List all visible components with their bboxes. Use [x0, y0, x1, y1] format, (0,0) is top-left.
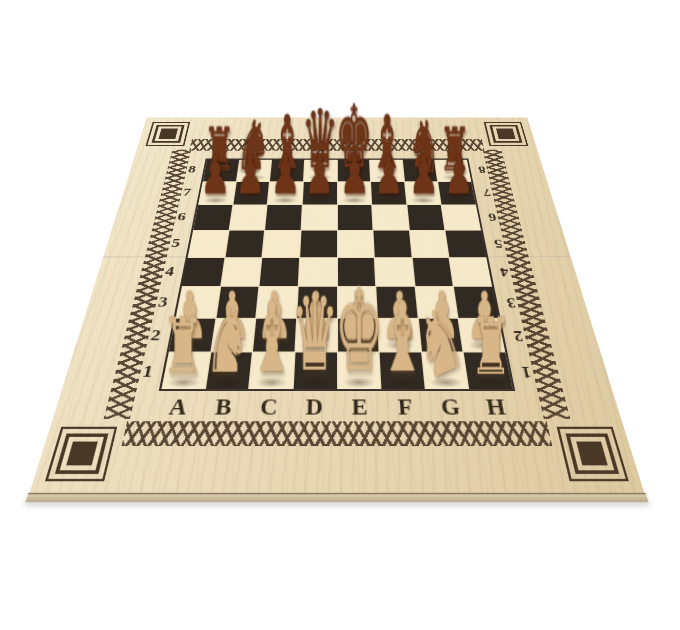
chess-board-panel: ABCDEFGH ABCDEFGH 87654321 87654321 ♜♞♝♛…: [30, 117, 645, 493]
square-h7: ♟: [438, 182, 475, 205]
board-edge: [25, 493, 648, 502]
piece-white-bishop: ♝: [248, 290, 294, 386]
rank-label-3: 6: [168, 204, 194, 229]
piece-white-rook: ♜: [163, 308, 205, 386]
corner-ornament-bottom-right: [557, 427, 630, 482]
square-g5: [410, 230, 449, 256]
file-label-b: B: [199, 395, 248, 421]
file-label-h: H: [434, 147, 468, 157]
square-g7: ♟: [405, 182, 441, 205]
file-labels-bottom: ABCDEFGH: [153, 395, 522, 421]
file-label-g: G: [402, 147, 436, 157]
square-a5: [188, 230, 228, 256]
piece-white-king: ♚: [334, 274, 383, 386]
file-label-c: C: [271, 147, 304, 157]
board-grid: ♜♞♝♛♚♝♞♜♟♟♟♟♟♟♟♟♟♟♟♟♟♟♟♟♜♞♝♛♚♝♞♜: [159, 159, 515, 391]
piece-white-knight: ♞: [204, 297, 250, 386]
square-c7: ♟: [268, 182, 303, 205]
square-h1: ♜: [464, 353, 512, 389]
file-label-e: E: [337, 395, 383, 421]
square-d7: ♟: [303, 182, 337, 205]
square-f5: [374, 230, 412, 256]
file-label-a: A: [153, 395, 203, 421]
square-b7: ♟: [233, 182, 269, 205]
piece-black-pawn: ♟: [270, 149, 300, 203]
file-label-f: F: [382, 395, 429, 421]
piece-black-pawn: ♟: [305, 149, 335, 203]
square-c5: [263, 230, 301, 256]
corner-ornament-top-right: [484, 122, 529, 146]
square-a6: [193, 205, 232, 230]
square-b6: [229, 205, 267, 230]
square-b1: ♞: [206, 353, 252, 389]
border-braid-bottom: [121, 421, 552, 446]
square-d6: [301, 205, 336, 230]
piece-black-pawn: ♟: [201, 149, 231, 203]
piece-black-pawn: ♟: [339, 149, 369, 203]
piece-black-pawn: ♟: [235, 149, 265, 203]
square-e6: [337, 205, 372, 230]
square-d5: [300, 230, 336, 256]
file-label-h: H: [471, 395, 521, 421]
square-f7: ♟: [371, 182, 406, 205]
board-scene: ABCDEFGH ABCDEFGH 87654321 87654321 ♜♞♝♛…: [102, 26, 572, 496]
square-c6: [265, 205, 301, 230]
square-e1: ♚: [338, 353, 381, 389]
piece-white-queen: ♛: [291, 280, 339, 386]
rank-label-2: 7: [174, 181, 199, 205]
square-g6: [407, 205, 445, 230]
file-label-c: C: [245, 395, 292, 421]
file-label-e: E: [337, 147, 370, 157]
file-label-b: B: [239, 147, 273, 157]
rank-label-1: 8: [470, 159, 494, 181]
piece-black-pawn: ♟: [409, 149, 439, 203]
square-f6: [372, 205, 408, 230]
piece-white-rook: ♜: [470, 308, 512, 386]
square-d1: ♛: [294, 353, 337, 389]
square-c1: ♝: [250, 353, 295, 389]
corner-ornament-top-left: [146, 122, 191, 146]
square-h6: [442, 205, 481, 230]
square-e7: ♟: [337, 182, 371, 205]
piece-black-pawn: ♟: [374, 149, 404, 203]
file-label-a: A: [206, 147, 240, 157]
file-label-d: D: [291, 395, 337, 421]
square-b5: [225, 230, 264, 256]
square-g1: ♞: [422, 353, 468, 389]
file-labels-top: ABCDEFGH: [206, 147, 468, 157]
square-a7: ♟: [198, 182, 235, 205]
square-a1: ♜: [162, 353, 210, 389]
file-label-d: D: [304, 147, 337, 157]
square-e5: [337, 230, 373, 256]
photo-background: ABCDEFGH ABCDEFGH 87654321 87654321 ♜♞♝♛…: [0, 0, 680, 630]
square-h5: [446, 230, 486, 256]
file-label-f: F: [369, 147, 402, 157]
piece-black-pawn: ♟: [444, 149, 474, 203]
corner-ornament-bottom-left: [45, 427, 118, 482]
file-label-g: G: [427, 395, 476, 421]
